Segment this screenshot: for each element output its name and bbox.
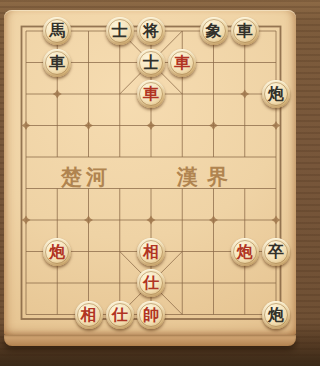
piece-glyph: 象 [206, 23, 222, 39]
piece-red-advisor[interactable]: 仕 [106, 301, 134, 329]
piece-glyph: 車 [49, 54, 65, 70]
piece-black-general[interactable]: 将 [137, 17, 165, 45]
piece-glyph: 士 [112, 23, 128, 39]
river-label-right: 漢界 [177, 166, 237, 190]
piece-glyph: 相 [81, 306, 97, 322]
piece-glyph: 馬 [49, 23, 65, 39]
piece-glyph: 炮 [268, 306, 284, 322]
piece-black-soldier[interactable]: 卒 [262, 238, 290, 266]
piece-glyph: 士 [143, 54, 159, 70]
piece-glyph: 車 [143, 86, 159, 102]
piece-red-chariot[interactable]: 車 [137, 80, 165, 108]
piece-glyph: 炮 [237, 243, 253, 259]
board-front-edge [4, 335, 296, 346]
piece-glyph: 相 [143, 243, 159, 259]
piece-red-chariot[interactable]: 車 [168, 49, 196, 77]
piece-black-cannon[interactable]: 炮 [262, 301, 290, 329]
piece-glyph: 卒 [268, 243, 284, 259]
piece-glyph: 車 [174, 54, 190, 70]
piece-red-general[interactable]: 帥 [137, 301, 165, 329]
piece-black-advisor[interactable]: 士 [137, 49, 165, 77]
piece-red-elephant[interactable]: 相 [137, 238, 165, 266]
piece-black-elephant[interactable]: 象 [200, 17, 228, 45]
piece-red-advisor[interactable]: 仕 [137, 269, 165, 297]
piece-glyph: 帥 [143, 306, 159, 322]
piece-glyph: 炮 [49, 243, 65, 259]
piece-glyph: 仕 [112, 306, 128, 322]
piece-black-chariot[interactable]: 車 [43, 49, 71, 77]
river-label-left: 楚河 [61, 166, 111, 190]
piece-red-elephant[interactable]: 相 [75, 301, 103, 329]
piece-black-cannon[interactable]: 炮 [262, 80, 290, 108]
piece-black-chariot[interactable]: 車 [231, 17, 259, 45]
piece-glyph: 仕 [143, 275, 159, 291]
piece-glyph: 車 [237, 23, 253, 39]
piece-red-cannon[interactable]: 炮 [43, 238, 71, 266]
piece-glyph: 炮 [268, 86, 284, 102]
piece-glyph: 将 [143, 23, 159, 39]
piece-black-advisor[interactable]: 士 [106, 17, 134, 45]
piece-red-cannon[interactable]: 炮 [231, 238, 259, 266]
